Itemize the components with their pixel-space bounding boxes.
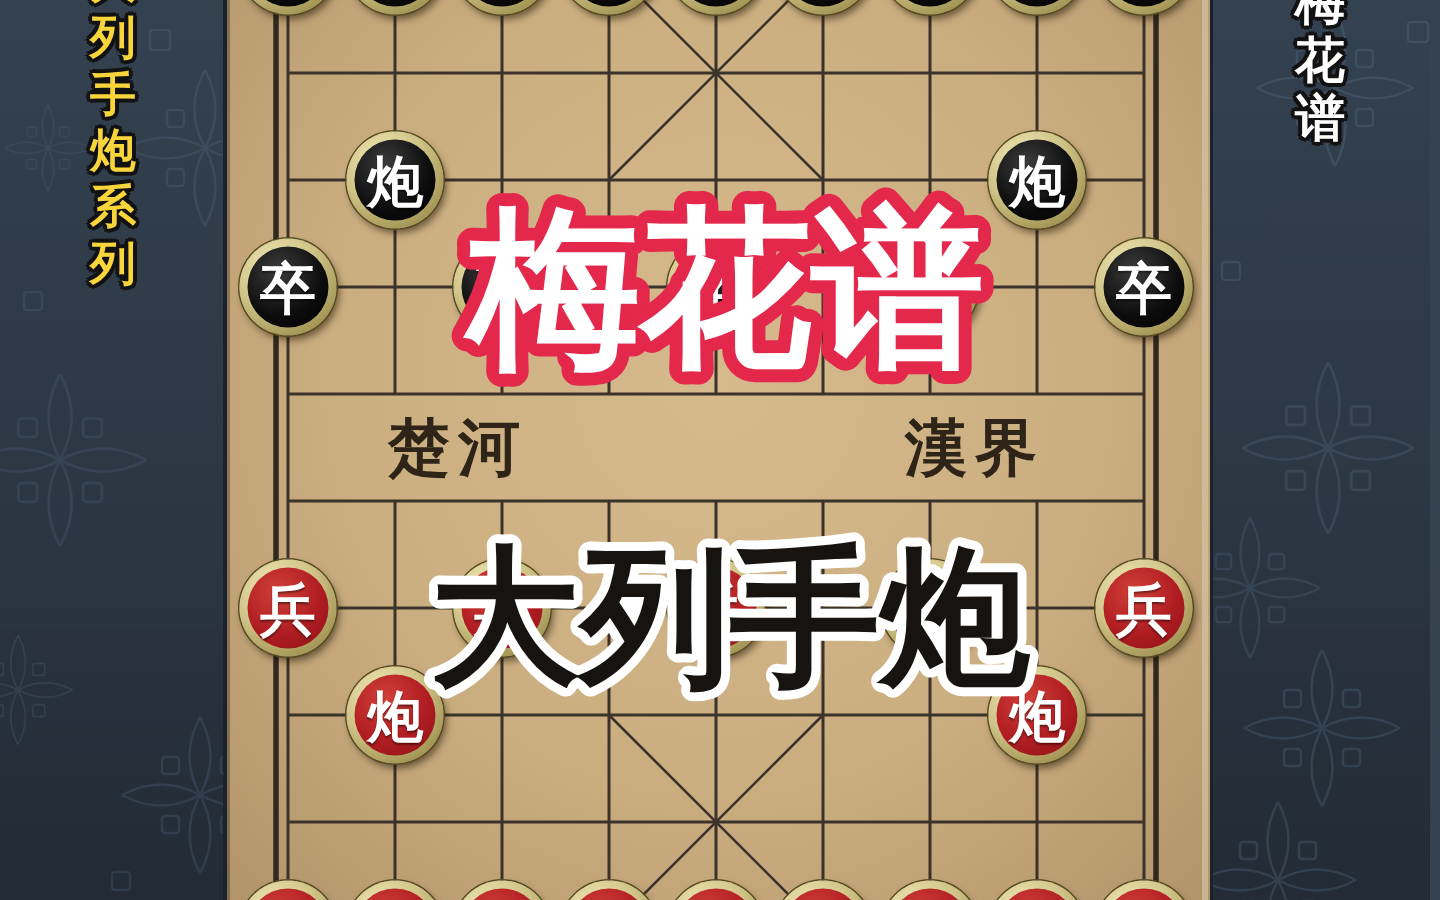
piece-glyph: 卒 (1116, 259, 1172, 315)
subtitle-overlay: 大列手炮 (400, 525, 1060, 710)
panel-seam (223, 0, 227, 900)
piece-glyph: 卒 (260, 259, 316, 315)
banner-char: 列 (90, 7, 136, 69)
piece-face: 俥 (248, 889, 329, 900)
right-side-panel: 梅花谱 (1210, 0, 1440, 900)
board-left-seam (227, 0, 230, 900)
banner-char: 花 (1295, 26, 1345, 93)
xiangqi-board[interactable]: 楚河 漢界 車馬象士將士象馬車炮炮卒卒卒卒卒兵兵兵兵兵炮炮俥傌相仕帥仕相傌俥 (227, 0, 1210, 900)
piece-glyph: 兵 (260, 580, 316, 636)
piece-face: 傌 (355, 889, 436, 900)
xiangqi-piece-black[interactable]: 卒 (240, 239, 337, 336)
panel-seam (1210, 0, 1213, 900)
piece-face: 兵 (1104, 568, 1185, 649)
panel-edge-band (1430, 0, 1440, 900)
piece-face: 卒 (248, 247, 329, 328)
piece-face: 卒 (1104, 247, 1185, 328)
title-text: 梅花谱 (463, 188, 984, 389)
banner-char: 炮 (90, 120, 136, 182)
banner-char: 谱 (1295, 85, 1345, 152)
left-side-panel: 大列手炮系列 (0, 0, 227, 900)
xiangqi-piece-black[interactable]: 卒 (1096, 239, 1193, 336)
xiangqi-piece-red[interactable]: 兵 (240, 560, 337, 657)
piece-face: 俥 (1104, 889, 1185, 900)
river-label-right: 漢界 (905, 406, 1045, 490)
piece-glyph: 兵 (1116, 580, 1172, 636)
piece-face: 仕 (569, 889, 650, 900)
river-label-left: 楚河 (388, 406, 528, 490)
board-right-highlight (1202, 0, 1208, 900)
piece-face: 相 (890, 889, 971, 900)
piece-face: 相 (462, 889, 543, 900)
xiangqi-piece-red[interactable]: 兵 (1096, 560, 1193, 657)
subtitle-text: 大列手炮 (430, 530, 1031, 704)
video-frame: 楚河 漢界 車馬象士將士象馬車炮炮卒卒卒卒卒兵兵兵兵兵炮炮俥傌相仕帥仕相傌俥 (0, 0, 1440, 900)
piece-face: 傌 (997, 889, 1078, 900)
piece-face: 仕 (783, 889, 864, 900)
banner-char: 手 (90, 64, 136, 126)
banner-char: 列 (90, 233, 136, 295)
piece-face: 帥 (676, 889, 757, 900)
title-overlay: 梅花谱 (390, 170, 1062, 405)
piece-face: 兵 (248, 568, 329, 649)
banner-char: 系 (90, 176, 136, 238)
